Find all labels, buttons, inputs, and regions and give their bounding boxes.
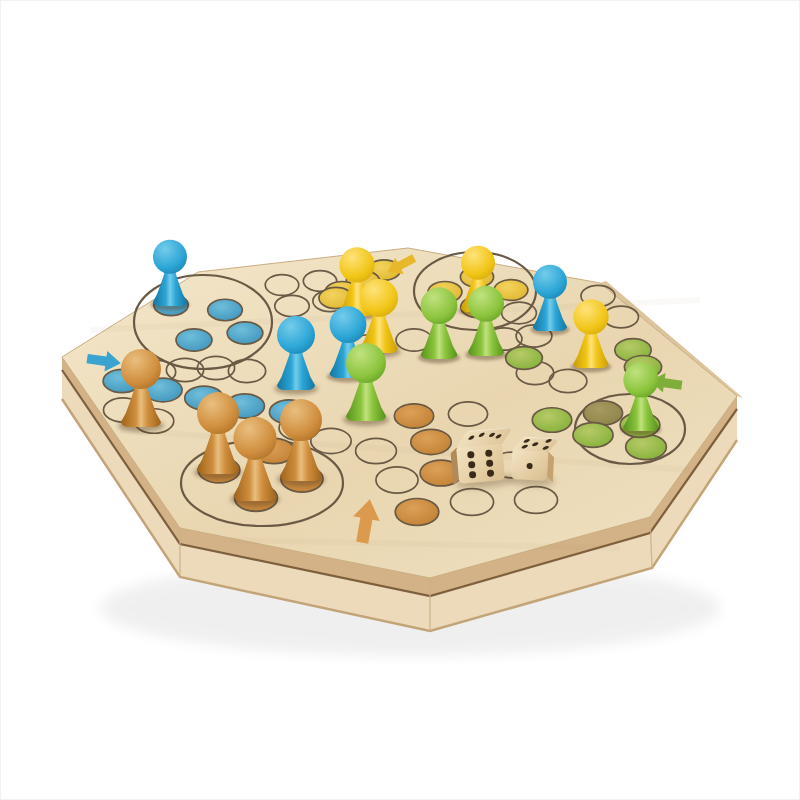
die-front-face [511, 450, 548, 481]
pawn-blue[interactable] [151, 240, 188, 306]
pawn-green[interactable] [466, 286, 506, 356]
die-front-face [456, 444, 505, 484]
die-pip [485, 449, 493, 457]
die-pip [486, 469, 494, 477]
die-pip [541, 445, 549, 449]
die-pip [495, 434, 503, 439]
pawn-head [461, 246, 495, 280]
pawn-head [330, 306, 367, 343]
pieces-layer [0, 0, 800, 800]
pawn-green[interactable] [419, 287, 459, 359]
die-pip [526, 463, 532, 469]
pawn-head [623, 362, 658, 397]
die-pip [523, 439, 531, 443]
wooden-die[interactable] [511, 436, 549, 481]
die-pip [468, 436, 476, 441]
pawn-orange[interactable] [119, 349, 163, 427]
product-photo-stage [0, 0, 800, 800]
die-pip [469, 471, 477, 479]
pawn-head [339, 247, 374, 282]
pawn-head [153, 240, 187, 274]
die-pip [521, 445, 529, 449]
pawn-head [280, 399, 322, 441]
pawn-green[interactable] [344, 343, 388, 421]
die-pip [488, 432, 496, 437]
pawn-head [468, 286, 504, 322]
pawn-blue[interactable] [531, 265, 568, 331]
pawn-orange[interactable] [278, 399, 324, 481]
pawn-green[interactable] [622, 362, 661, 431]
pawn-head [277, 316, 315, 354]
die-pip [478, 433, 486, 438]
die-pip [467, 451, 475, 459]
pawn-head [233, 417, 276, 460]
die-pip [486, 459, 494, 467]
die-pip [531, 442, 539, 446]
die-pip [544, 439, 552, 443]
pawn-head [121, 349, 161, 389]
pawn-head [533, 265, 567, 299]
pawn-head [573, 299, 608, 334]
pawn-head [421, 287, 458, 324]
pawn-blue[interactable] [275, 316, 317, 390]
pawn-head [346, 343, 386, 383]
wooden-die[interactable] [455, 428, 505, 484]
pawn-orange[interactable] [231, 417, 279, 501]
pawn-yellow[interactable] [572, 299, 611, 368]
die-pip [468, 461, 476, 469]
